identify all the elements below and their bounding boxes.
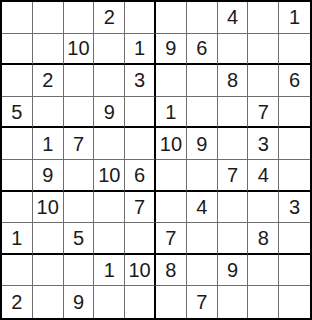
cell-r5c5[interactable] bbox=[125, 128, 156, 160]
cell-r8c3[interactable]: 5 bbox=[64, 223, 95, 255]
cell-r8c8[interactable] bbox=[218, 223, 249, 255]
cell-r9c3[interactable] bbox=[64, 255, 95, 287]
cell-r6c10[interactable] bbox=[279, 160, 310, 192]
cell-r7c4[interactable] bbox=[94, 192, 125, 224]
cell-value: 8 bbox=[227, 70, 238, 90]
cell-value: 6 bbox=[196, 38, 207, 58]
cell-value: 9 bbox=[73, 292, 84, 312]
cell-r1c9[interactable] bbox=[248, 2, 279, 34]
cell-r1c3[interactable] bbox=[64, 2, 95, 34]
cell-r9c7[interactable] bbox=[187, 255, 218, 287]
cell-r4c6[interactable]: 1 bbox=[156, 97, 187, 129]
cell-r2c2[interactable] bbox=[33, 34, 64, 66]
cell-r5c4[interactable] bbox=[94, 128, 125, 160]
cell-r7c9[interactable] bbox=[248, 192, 279, 224]
cell-r6c9[interactable]: 4 bbox=[248, 160, 279, 192]
cell-r5c3[interactable]: 7 bbox=[64, 128, 95, 160]
cell-value: 9 bbox=[165, 38, 176, 58]
cell-r7c7[interactable]: 4 bbox=[187, 192, 218, 224]
cell-r2c7[interactable]: 6 bbox=[187, 34, 218, 66]
cell-value: 10 bbox=[67, 38, 89, 58]
cell-r4c1[interactable]: 5 bbox=[2, 97, 33, 129]
cell-value: 10 bbox=[128, 260, 150, 280]
cell-r9c2[interactable] bbox=[33, 255, 64, 287]
cell-r5c7[interactable]: 9 bbox=[187, 128, 218, 160]
cell-r8c4[interactable] bbox=[94, 223, 125, 255]
sudoku-board: 2411019623865917171093910674107431578110… bbox=[0, 0, 312, 320]
cell-r9c1[interactable] bbox=[2, 255, 33, 287]
cell-r4c5[interactable] bbox=[125, 97, 156, 129]
cell-value: 1 bbox=[134, 38, 145, 58]
cell-r9c9[interactable] bbox=[248, 255, 279, 287]
cell-r5c10[interactable] bbox=[279, 128, 310, 160]
cell-r3c7[interactable] bbox=[187, 65, 218, 97]
cell-r6c1[interactable] bbox=[2, 160, 33, 192]
cell-r3c1[interactable] bbox=[2, 65, 33, 97]
cell-value: 3 bbox=[258, 134, 269, 154]
cell-r3c8[interactable]: 8 bbox=[218, 65, 249, 97]
cell-r4c9[interactable]: 7 bbox=[248, 97, 279, 129]
cell-r10c6[interactable] bbox=[156, 286, 187, 318]
cell-r2c1[interactable] bbox=[2, 34, 33, 66]
cell-r7c1[interactable] bbox=[2, 192, 33, 224]
cell-value: 7 bbox=[258, 102, 269, 122]
cell-r10c4[interactable] bbox=[94, 286, 125, 318]
cell-r5c9[interactable]: 3 bbox=[248, 128, 279, 160]
cell-value: 6 bbox=[289, 70, 300, 90]
cell-r9c5[interactable]: 10 bbox=[125, 255, 156, 287]
cell-value: 4 bbox=[196, 197, 207, 217]
cell-r3c10[interactable]: 6 bbox=[279, 65, 310, 97]
cell-value: 3 bbox=[134, 70, 145, 90]
cell-r7c5[interactable]: 7 bbox=[125, 192, 156, 224]
cell-value: 7 bbox=[73, 134, 84, 154]
cell-value: 7 bbox=[165, 228, 176, 248]
cell-value: 10 bbox=[160, 134, 182, 154]
cell-r1c8[interactable]: 4 bbox=[218, 2, 249, 34]
cell-r2c8[interactable] bbox=[218, 34, 249, 66]
cell-r2c3[interactable]: 10 bbox=[64, 34, 95, 66]
cell-r1c1[interactable] bbox=[2, 2, 33, 34]
cell-r1c5[interactable] bbox=[125, 2, 156, 34]
cell-r1c10[interactable]: 1 bbox=[279, 2, 310, 34]
cell-value: 2 bbox=[104, 7, 115, 27]
cell-r6c6[interactable] bbox=[156, 160, 187, 192]
cell-value: 7 bbox=[227, 165, 238, 185]
cell-r10c5[interactable] bbox=[125, 286, 156, 318]
cell-r4c3[interactable] bbox=[64, 97, 95, 129]
cell-r8c2[interactable] bbox=[33, 223, 64, 255]
cell-r2c9[interactable] bbox=[248, 34, 279, 66]
cell-r9c8[interactable]: 9 bbox=[218, 255, 249, 287]
cell-r10c3[interactable]: 9 bbox=[64, 286, 95, 318]
cell-r5c6[interactable]: 10 bbox=[156, 128, 187, 160]
cell-value: 1 bbox=[42, 134, 53, 154]
cell-r2c5[interactable]: 1 bbox=[125, 34, 156, 66]
cell-r2c6[interactable]: 9 bbox=[156, 34, 187, 66]
cell-r3c5[interactable]: 3 bbox=[125, 65, 156, 97]
cell-r7c3[interactable] bbox=[64, 192, 95, 224]
cell-value: 10 bbox=[37, 197, 59, 217]
cell-r8c9[interactable]: 8 bbox=[248, 223, 279, 255]
cell-r10c9[interactable] bbox=[248, 286, 279, 318]
cell-r4c2[interactable] bbox=[33, 97, 64, 129]
cell-r7c10[interactable]: 3 bbox=[279, 192, 310, 224]
cell-value: 4 bbox=[258, 165, 269, 185]
cell-value: 7 bbox=[196, 292, 207, 312]
cell-r1c4[interactable]: 2 bbox=[94, 2, 125, 34]
cell-value: 3 bbox=[289, 197, 300, 217]
cell-r5c8[interactable] bbox=[218, 128, 249, 160]
cell-r2c4[interactable] bbox=[94, 34, 125, 66]
cell-r3c6[interactable] bbox=[156, 65, 187, 97]
cell-r6c8[interactable]: 7 bbox=[218, 160, 249, 192]
cell-r6c4[interactable]: 10 bbox=[94, 160, 125, 192]
cell-value: 8 bbox=[258, 228, 269, 248]
cell-r10c10[interactable] bbox=[279, 286, 310, 318]
cell-r9c6[interactable]: 8 bbox=[156, 255, 187, 287]
cell-value: 1 bbox=[289, 7, 300, 27]
cell-r10c7[interactable]: 7 bbox=[187, 286, 218, 318]
cell-r6c2[interactable]: 9 bbox=[33, 160, 64, 192]
cell-value: 9 bbox=[196, 134, 207, 154]
cell-r7c8[interactable] bbox=[218, 192, 249, 224]
cell-r8c10[interactable] bbox=[279, 223, 310, 255]
cell-value: 5 bbox=[73, 228, 84, 248]
cell-r5c1[interactable] bbox=[2, 128, 33, 160]
cell-r3c2[interactable]: 2 bbox=[33, 65, 64, 97]
cell-r10c1[interactable]: 2 bbox=[2, 286, 33, 318]
cell-value: 5 bbox=[11, 102, 22, 122]
cell-value: 9 bbox=[42, 165, 53, 185]
cell-value: 9 bbox=[227, 260, 238, 280]
cell-r4c7[interactable] bbox=[187, 97, 218, 129]
cell-r4c8[interactable] bbox=[218, 97, 249, 129]
cell-value: 1 bbox=[165, 102, 176, 122]
cell-r3c9[interactable] bbox=[248, 65, 279, 97]
cell-value: 6 bbox=[134, 165, 145, 185]
cell-r3c3[interactable] bbox=[64, 65, 95, 97]
cell-value: 10 bbox=[98, 165, 120, 185]
cell-r8c1[interactable]: 1 bbox=[2, 223, 33, 255]
cell-r10c2[interactable] bbox=[33, 286, 64, 318]
cell-r2c10[interactable] bbox=[279, 34, 310, 66]
cell-r10c8[interactable] bbox=[218, 286, 249, 318]
cell-value: 1 bbox=[11, 228, 22, 248]
cell-r3c4[interactable] bbox=[94, 65, 125, 97]
cell-r9c4[interactable]: 1 bbox=[94, 255, 125, 287]
cell-r6c3[interactable] bbox=[64, 160, 95, 192]
cell-value: 9 bbox=[104, 102, 115, 122]
cell-value: 2 bbox=[11, 292, 22, 312]
cell-value: 1 bbox=[104, 260, 115, 280]
cell-value: 4 bbox=[227, 7, 238, 27]
cell-r8c7[interactable] bbox=[187, 223, 218, 255]
cell-r6c7[interactable] bbox=[187, 160, 218, 192]
cell-r8c6[interactable]: 7 bbox=[156, 223, 187, 255]
cell-r1c2[interactable] bbox=[33, 2, 64, 34]
cell-r1c6[interactable] bbox=[156, 2, 187, 34]
cell-r4c10[interactable] bbox=[279, 97, 310, 129]
cell-r7c6[interactable] bbox=[156, 192, 187, 224]
cell-value: 2 bbox=[42, 70, 53, 90]
cell-r6c5[interactable]: 6 bbox=[125, 160, 156, 192]
cell-r9c10[interactable] bbox=[279, 255, 310, 287]
cell-value: 7 bbox=[134, 197, 145, 217]
cell-value: 8 bbox=[165, 260, 176, 280]
cell-r5c2[interactable]: 1 bbox=[33, 128, 64, 160]
cell-r4c4[interactable]: 9 bbox=[94, 97, 125, 129]
cell-r1c7[interactable] bbox=[187, 2, 218, 34]
cell-r7c2[interactable]: 10 bbox=[33, 192, 64, 224]
cell-r8c5[interactable] bbox=[125, 223, 156, 255]
